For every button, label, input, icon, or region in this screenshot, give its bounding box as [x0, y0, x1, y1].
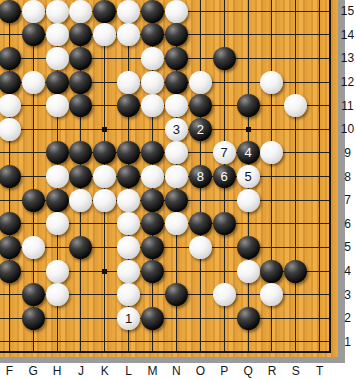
stone [46, 165, 69, 188]
stone [189, 71, 212, 94]
column-label: Q [240, 363, 257, 380]
row-label: 11 [339, 99, 356, 113]
stone [0, 260, 21, 283]
row-label: 4 [339, 264, 356, 278]
stone [0, 118, 21, 141]
column-label: F [1, 363, 18, 380]
stone [69, 71, 92, 94]
row-label: 13 [339, 51, 356, 65]
stone [284, 260, 307, 283]
stone [46, 23, 69, 46]
board-edge-right [329, 0, 331, 353]
stone [22, 307, 45, 330]
stone [93, 141, 116, 164]
stone [93, 0, 116, 23]
stone [46, 283, 69, 306]
stone [237, 307, 260, 330]
stone [189, 212, 212, 235]
column-label: H [49, 363, 66, 380]
row-label: 1 [339, 335, 356, 349]
column-label: J [72, 363, 89, 380]
column-label: P [216, 363, 233, 380]
stone [0, 47, 21, 70]
row-label: 7 [339, 193, 356, 207]
stone [141, 165, 164, 188]
stone [165, 165, 188, 188]
stone [237, 189, 260, 212]
stone [0, 165, 21, 188]
stone: 7 [213, 141, 236, 164]
stone [69, 165, 92, 188]
stone [22, 71, 45, 94]
stone [0, 0, 21, 23]
board-edge-bottom [0, 351, 331, 353]
stone [22, 23, 45, 46]
star-point [102, 269, 107, 274]
star-point [102, 127, 107, 132]
stone [284, 94, 307, 117]
row-label: 14 [339, 28, 356, 42]
stone [69, 141, 92, 164]
stone [141, 212, 164, 235]
move-number: 2 [189, 118, 212, 141]
stone [117, 0, 140, 23]
row-label: 6 [339, 217, 356, 231]
column-label: S [287, 363, 304, 380]
stone [141, 307, 164, 330]
stone [165, 141, 188, 164]
stone: 5 [237, 165, 260, 188]
grid-line [0, 247, 331, 248]
stone [213, 47, 236, 70]
row-label: 12 [339, 75, 356, 89]
stone [0, 71, 21, 94]
column-label: N [168, 363, 185, 380]
stone [141, 189, 164, 212]
stone [0, 236, 21, 259]
stone [46, 0, 69, 23]
stone [46, 141, 69, 164]
stone [141, 236, 164, 259]
row-label: 8 [339, 170, 356, 184]
stone [213, 283, 236, 306]
stone [22, 0, 45, 23]
stone [69, 236, 92, 259]
stone [165, 283, 188, 306]
stone: 6 [213, 165, 236, 188]
go-board[interactable]: 32748651 [0, 0, 338, 357]
stone [165, 189, 188, 212]
star-point [246, 127, 251, 132]
stone [141, 0, 164, 23]
stone [260, 141, 283, 164]
stone [117, 94, 140, 117]
stone [260, 260, 283, 283]
stone [117, 212, 140, 235]
stone: 1 [117, 307, 140, 330]
stone [117, 141, 140, 164]
stone [237, 236, 260, 259]
stone [165, 94, 188, 117]
stone [237, 94, 260, 117]
stone [141, 141, 164, 164]
move-number: 3 [165, 118, 188, 141]
stone [69, 47, 92, 70]
stone [260, 71, 283, 94]
stone [93, 23, 116, 46]
stone [46, 212, 69, 235]
row-label: 9 [339, 146, 356, 160]
column-label: T [311, 363, 328, 380]
stone [165, 47, 188, 70]
stone [141, 23, 164, 46]
stone [165, 0, 188, 23]
stone [141, 94, 164, 117]
column-label: K [96, 363, 113, 380]
stone [117, 189, 140, 212]
row-label: 10 [339, 122, 356, 136]
stone: 8 [189, 165, 212, 188]
stone [22, 283, 45, 306]
stone [46, 260, 69, 283]
stone: 3 [165, 118, 188, 141]
move-number: 5 [237, 165, 260, 188]
stone [141, 260, 164, 283]
stone [117, 283, 140, 306]
stone [213, 212, 236, 235]
stone [46, 47, 69, 70]
column-label: M [144, 363, 161, 380]
stone [69, 189, 92, 212]
stone [69, 23, 92, 46]
stone [189, 236, 212, 259]
grid-line [0, 341, 331, 342]
row-label: 3 [339, 288, 356, 302]
stone [165, 23, 188, 46]
row-label: 15 [339, 4, 356, 18]
stone [69, 94, 92, 117]
stone [0, 94, 21, 117]
move-number: 1 [117, 307, 140, 330]
stone [69, 0, 92, 23]
move-number: 4 [237, 141, 260, 164]
column-label: R [263, 363, 280, 380]
go-diagram: 32748651 151413121110987654321 FGHJKLMNO… [0, 0, 356, 380]
stone: 2 [189, 118, 212, 141]
column-label: O [192, 363, 209, 380]
stone [260, 283, 283, 306]
row-label: 5 [339, 240, 356, 254]
stone [117, 260, 140, 283]
grid-line [0, 318, 331, 319]
stone [237, 260, 260, 283]
stone [117, 236, 140, 259]
stone [22, 236, 45, 259]
stone [141, 71, 164, 94]
stone [93, 189, 116, 212]
stone [189, 94, 212, 117]
stone [165, 71, 188, 94]
column-label: G [25, 363, 42, 380]
stone [46, 71, 69, 94]
stone [117, 71, 140, 94]
stone [93, 165, 116, 188]
stone [0, 212, 21, 235]
stone [117, 23, 140, 46]
stone [165, 212, 188, 235]
stone [141, 47, 164, 70]
stone [46, 94, 69, 117]
row-label: 2 [339, 311, 356, 325]
stone: 4 [237, 141, 260, 164]
move-number: 6 [213, 165, 236, 188]
column-label: L [120, 363, 137, 380]
stone [46, 189, 69, 212]
move-number: 7 [213, 141, 236, 164]
stone [117, 165, 140, 188]
move-number: 8 [189, 165, 212, 188]
stone [22, 189, 45, 212]
